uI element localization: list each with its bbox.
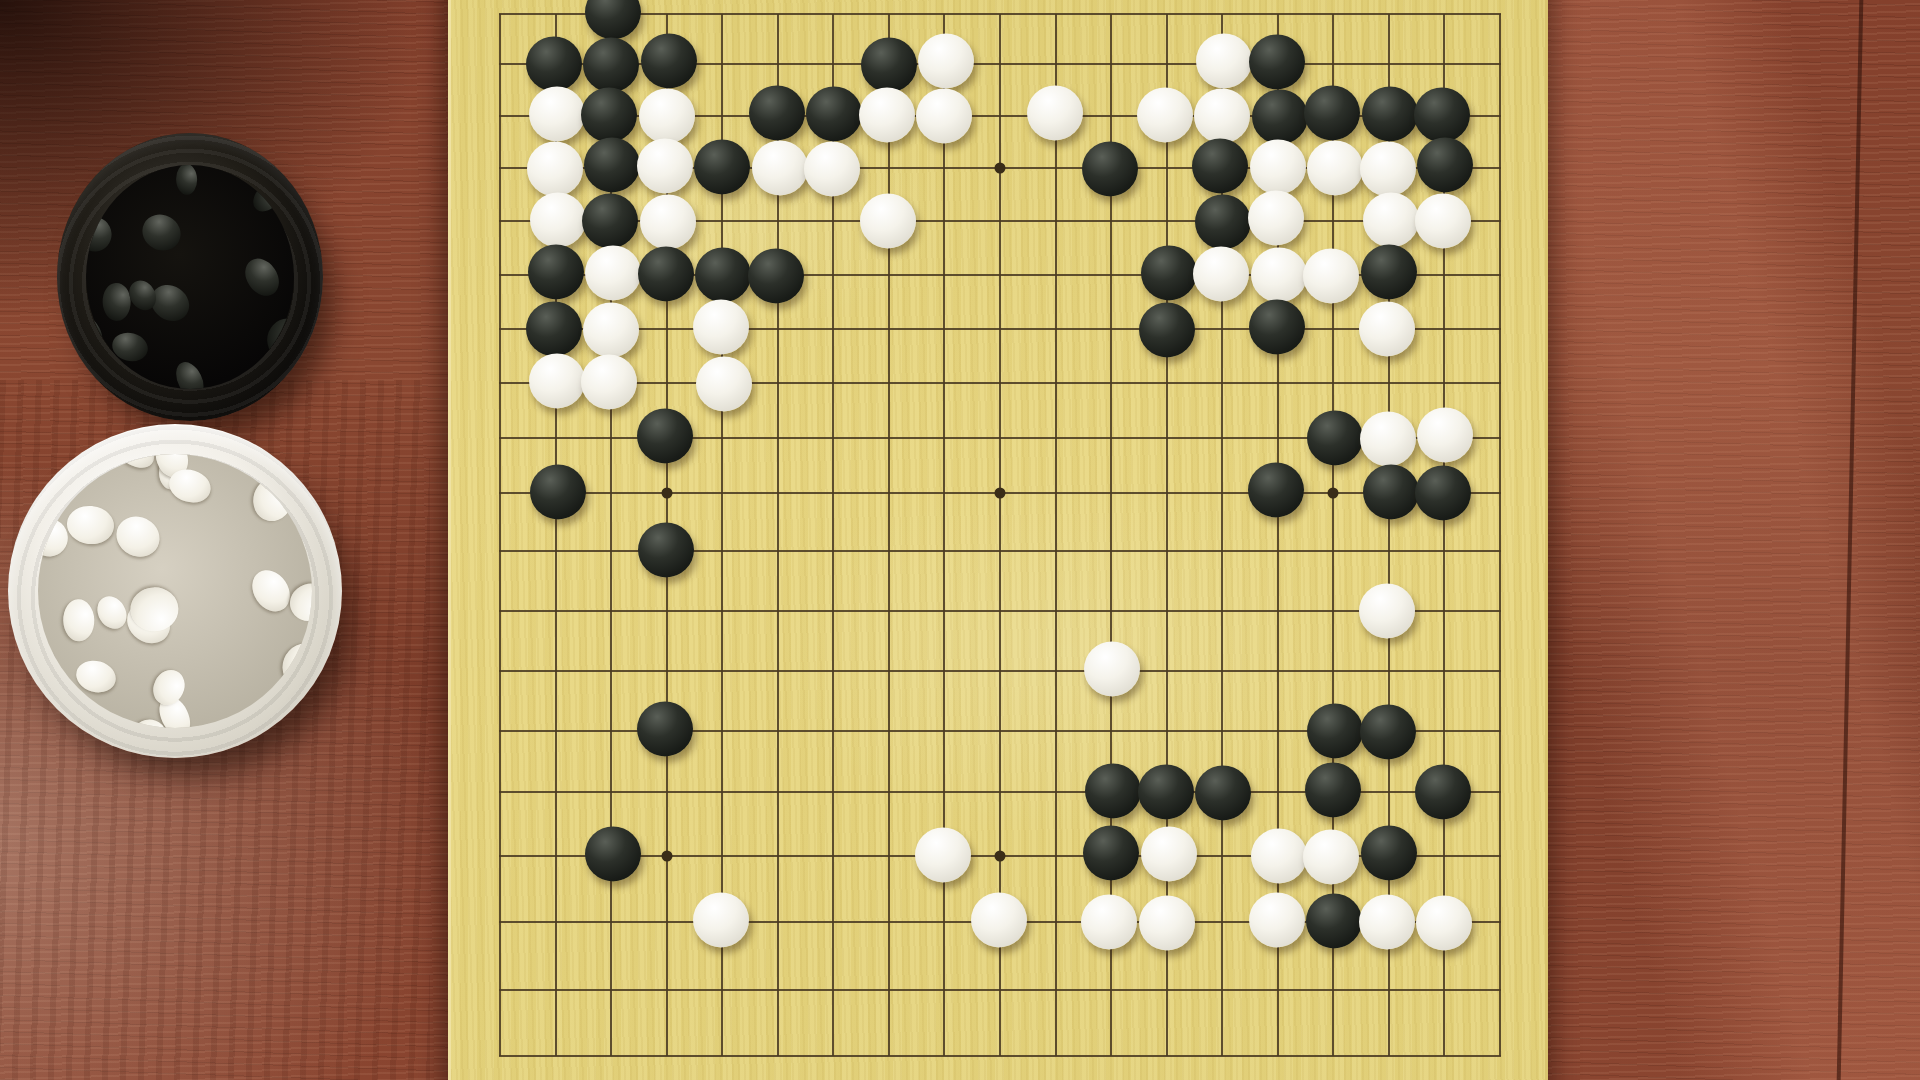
white-stone[interactable] <box>1084 641 1140 696</box>
white-stone[interactable] <box>1415 193 1471 248</box>
white-stone[interactable] <box>639 88 695 143</box>
white-stone[interactable] <box>529 86 585 141</box>
white-stone[interactable] <box>693 892 749 947</box>
bowl-stone-white <box>106 454 161 475</box>
black-stone[interactable] <box>1139 302 1195 357</box>
black-stone[interactable] <box>1249 299 1305 354</box>
black-stone[interactable] <box>638 522 694 577</box>
black-stone[interactable] <box>1249 34 1305 89</box>
white-stone[interactable] <box>1251 828 1307 883</box>
white-stone[interactable] <box>1359 301 1415 356</box>
bowl-stone-black <box>248 178 286 217</box>
black-stone[interactable] <box>1082 141 1138 196</box>
black-stone[interactable] <box>526 36 582 91</box>
white-stone[interactable] <box>916 88 972 143</box>
black-stone[interactable] <box>582 193 638 248</box>
white-stone[interactable] <box>1139 895 1195 950</box>
bowl-stone-white <box>92 592 133 635</box>
white-stone[interactable] <box>1196 33 1252 88</box>
star-point <box>661 851 672 862</box>
black-stone[interactable] <box>637 408 693 463</box>
bowl-stone-black <box>262 313 294 367</box>
star-point <box>994 851 1005 862</box>
black-stone[interactable] <box>1195 765 1251 820</box>
bowl-stone-black <box>109 329 151 365</box>
black-stone[interactable] <box>530 464 586 519</box>
black-stone[interactable] <box>806 86 862 141</box>
grid-line-horizontal <box>499 328 1501 330</box>
grid-line-horizontal <box>499 610 1501 612</box>
black-stone[interactable] <box>1195 194 1251 249</box>
black-stone[interactable] <box>1252 89 1308 144</box>
black-stone[interactable] <box>1307 703 1363 758</box>
bowl-stone-white <box>276 637 312 697</box>
white-stone[interactable] <box>804 141 860 196</box>
black-stone[interactable] <box>1414 87 1470 142</box>
black-stone[interactable] <box>585 826 641 881</box>
black-stone[interactable] <box>585 0 641 39</box>
black-stone[interactable] <box>695 247 751 302</box>
grid-line-vertical <box>499 14 501 1056</box>
bowl-stone-white <box>73 656 119 696</box>
white-stone[interactable] <box>1360 141 1416 196</box>
bowl-stone-white <box>130 586 180 632</box>
bowl-stone-white <box>38 604 39 639</box>
bowl-stone-black <box>102 282 131 321</box>
black-stone[interactable] <box>641 33 697 88</box>
white-stone[interactable] <box>530 192 586 247</box>
white-stone[interactable] <box>1141 826 1197 881</box>
table-plank-seam <box>1836 0 1863 1080</box>
white-stone[interactable] <box>752 140 808 195</box>
white-stone[interactable] <box>1251 247 1307 302</box>
star-point <box>661 488 672 499</box>
black-stone[interactable] <box>1083 825 1139 880</box>
black-stone[interactable] <box>861 37 917 92</box>
white-stone[interactable] <box>1303 248 1359 303</box>
white-stone[interactable] <box>1248 190 1304 245</box>
grid-line-horizontal <box>499 670 1501 672</box>
black-stone[interactable] <box>1248 462 1304 517</box>
grid-line-vertical <box>1499 14 1501 1056</box>
bowl-stone-white <box>147 665 190 710</box>
white-stone[interactable] <box>1363 192 1419 247</box>
black-stone[interactable] <box>1304 85 1360 140</box>
black-stone[interactable] <box>1307 410 1363 465</box>
white-stone[interactable] <box>527 141 583 196</box>
black-stone[interactable] <box>528 244 584 299</box>
white-stone[interactable] <box>1303 829 1359 884</box>
white-stone[interactable] <box>971 892 1027 947</box>
white-stone[interactable] <box>859 87 915 142</box>
bowl-stone-black <box>86 211 117 257</box>
grid-line-vertical <box>1055 14 1057 1056</box>
black-stone[interactable] <box>1362 86 1418 141</box>
black-stone[interactable] <box>1363 464 1419 519</box>
black-stone[interactable] <box>1306 893 1362 948</box>
bowl-stone-black <box>171 358 209 389</box>
white-stone[interactable] <box>637 138 693 193</box>
white-stone[interactable] <box>1249 892 1305 947</box>
white-stone[interactable] <box>1360 411 1416 466</box>
white-stone[interactable] <box>1307 140 1363 195</box>
black-stone[interactable] <box>638 246 694 301</box>
black-stone[interactable] <box>637 701 693 756</box>
white-stone[interactable] <box>1359 894 1415 949</box>
white-stone[interactable] <box>1137 87 1193 142</box>
white-stone[interactable] <box>918 33 974 88</box>
white-stone-bowl[interactable] <box>8 424 342 758</box>
grid-line-horizontal <box>499 1055 1501 1057</box>
bowl-stone-black <box>287 237 294 283</box>
black-stone[interactable] <box>1415 465 1471 520</box>
white-stone[interactable] <box>1027 85 1083 140</box>
black-stone[interactable] <box>1085 763 1141 818</box>
white-stone[interactable] <box>1081 894 1137 949</box>
black-stone[interactable] <box>749 85 805 140</box>
white-stone[interactable] <box>583 302 639 357</box>
go-board[interactable] <box>448 0 1548 1080</box>
black-stone[interactable] <box>583 37 639 92</box>
bowl-stone-black <box>176 165 198 196</box>
white-stone[interactable] <box>1417 407 1473 462</box>
black-stone[interactable] <box>1192 138 1248 193</box>
grid-line-horizontal <box>499 989 1501 991</box>
white-stone[interactable] <box>1416 895 1472 950</box>
bowl-stone-black <box>238 252 285 302</box>
bowl-stone-white <box>244 563 297 619</box>
star-point <box>994 488 1005 499</box>
black-stone[interactable] <box>1305 762 1361 817</box>
white-stone[interactable] <box>640 194 696 249</box>
black-stone-bowl[interactable] <box>57 133 323 421</box>
bowl-stone-white <box>248 473 297 526</box>
white-stone[interactable] <box>915 827 971 882</box>
white-stone[interactable] <box>585 245 641 300</box>
bowl-stone-white <box>110 509 167 564</box>
bowl-stone-black <box>136 208 187 257</box>
star-point <box>1328 488 1339 499</box>
black-stone[interactable] <box>1141 245 1197 300</box>
white-stone[interactable] <box>1359 583 1415 638</box>
bowl-stone-black <box>86 286 90 318</box>
bowl-stone-white <box>63 599 95 642</box>
black-stone[interactable] <box>1361 244 1417 299</box>
black-stone[interactable] <box>1415 764 1471 819</box>
white-stone[interactable] <box>860 193 916 248</box>
white-stone[interactable] <box>696 356 752 411</box>
black-stone[interactable] <box>581 87 637 142</box>
white-stone[interactable] <box>581 354 637 409</box>
black-stone[interactable] <box>1361 825 1417 880</box>
grid-line-horizontal <box>499 13 1501 15</box>
black-stone[interactable] <box>1417 137 1473 192</box>
white-stone[interactable] <box>1194 88 1250 143</box>
black-stone-pile <box>86 165 293 390</box>
bowl-stone-white <box>285 579 311 627</box>
white-stone[interactable] <box>1193 246 1249 301</box>
black-stone[interactable] <box>584 137 640 192</box>
white-stone-pile <box>38 454 312 728</box>
grid-line-vertical <box>943 14 945 1056</box>
grid-line-vertical <box>888 14 890 1056</box>
black-stone[interactable] <box>1360 704 1416 759</box>
bowl-stone-white <box>65 504 115 546</box>
white-stone[interactable] <box>693 299 749 354</box>
white-stone[interactable] <box>1250 139 1306 194</box>
bowl-stone-white <box>38 630 64 686</box>
black-stone[interactable] <box>526 301 582 356</box>
black-stone[interactable] <box>694 139 750 194</box>
star-point <box>994 163 1005 174</box>
grid-line-horizontal <box>499 382 1501 384</box>
bowl-stone-black <box>202 165 242 167</box>
black-stone[interactable] <box>1138 764 1194 819</box>
black-stone[interactable] <box>748 248 804 303</box>
white-stone[interactable] <box>529 353 585 408</box>
